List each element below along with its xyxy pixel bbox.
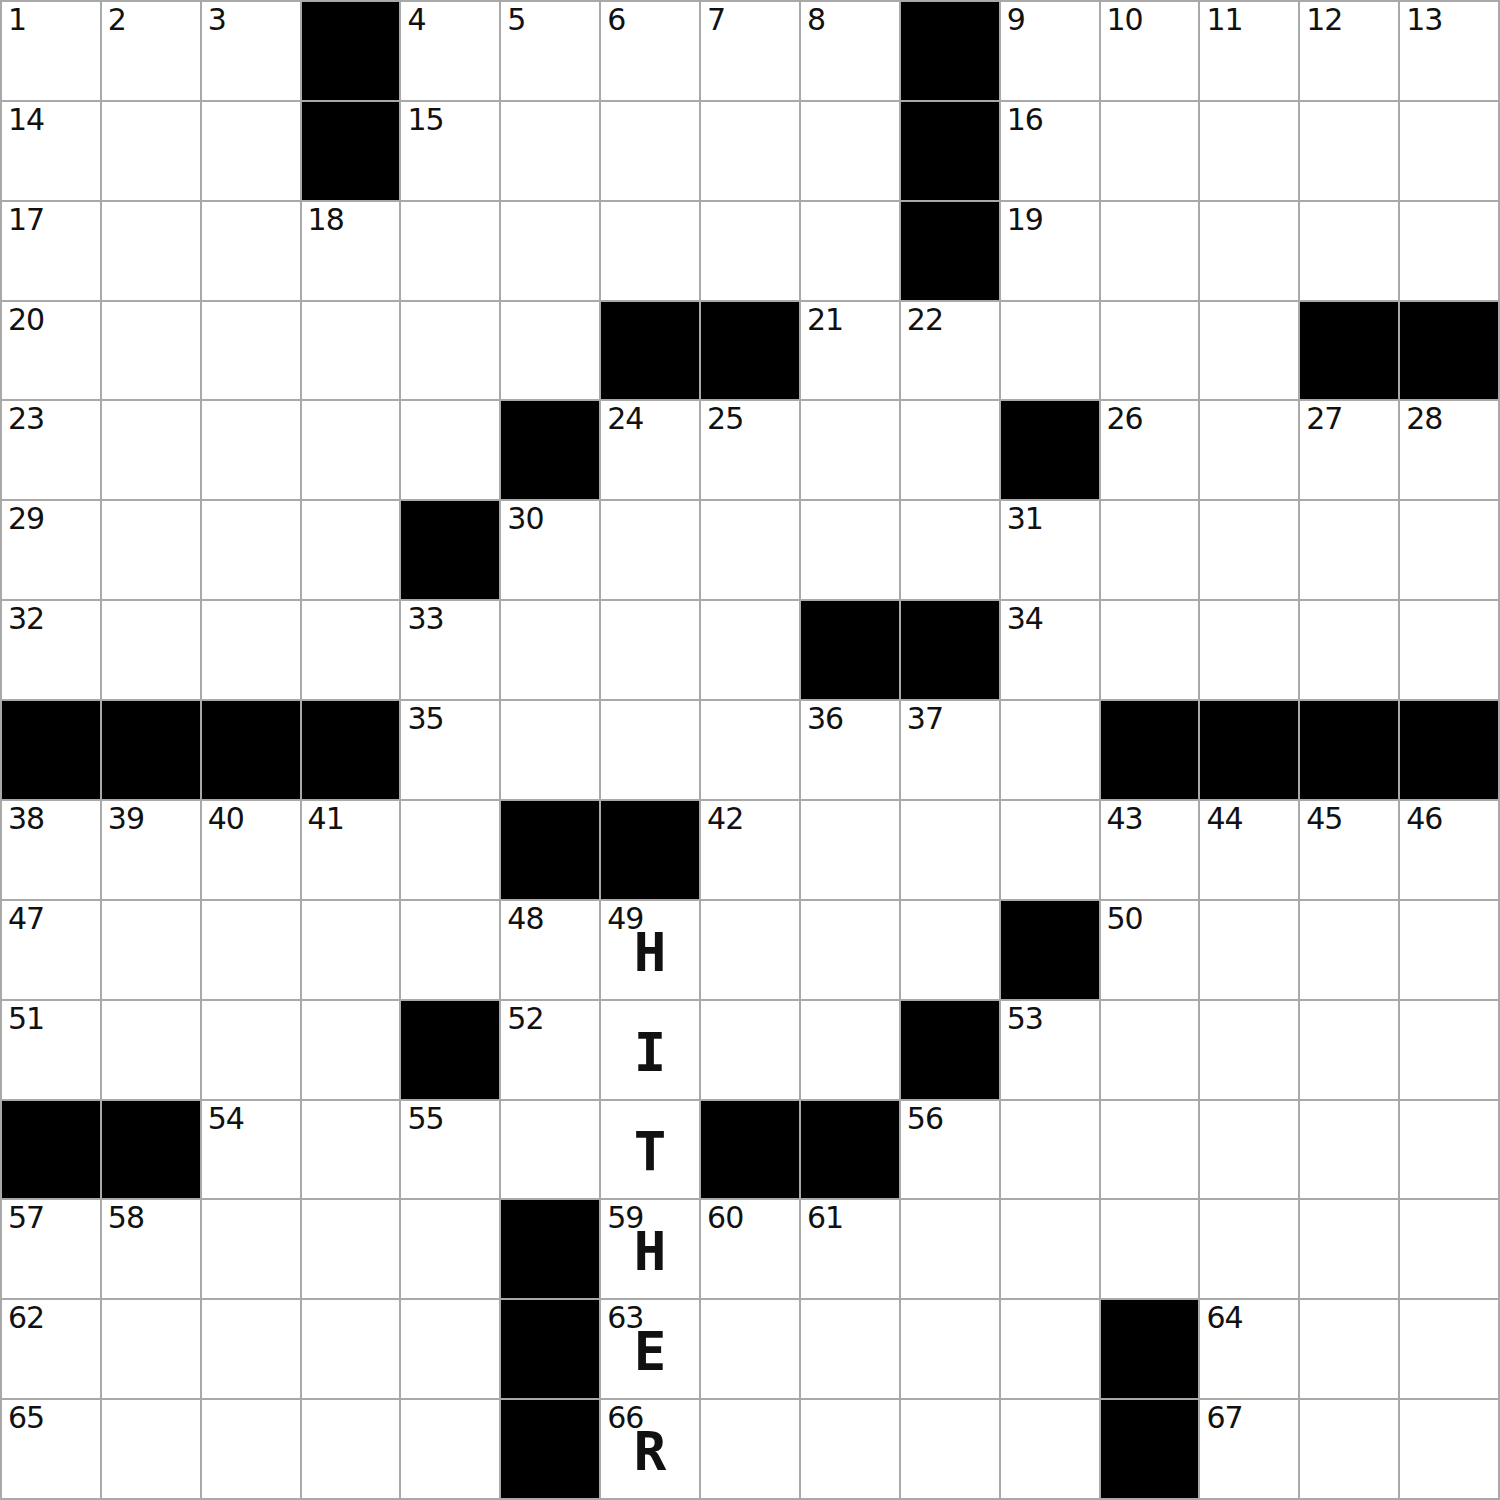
black-cell [2,701,100,799]
cell[interactable] [1001,1200,1099,1298]
black-cell [302,2,400,100]
cell[interactable]: 19 [1001,202,1099,300]
cell[interactable]: 55 [401,1101,499,1199]
cell[interactable]: 15 [401,102,499,200]
cell[interactable]: 46 [1400,801,1498,899]
clue-number: 1 [8,3,26,36]
cell[interactable] [102,1300,200,1398]
black-cell [901,1001,999,1099]
cell[interactable] [1300,102,1398,200]
cell[interactable]: 58 [102,1200,200,1298]
cell[interactable] [1400,901,1498,999]
black-cell [102,701,200,799]
clue-number: 7 [707,3,725,36]
clue-number: 13 [1406,3,1442,36]
cell[interactable] [801,202,899,300]
cell[interactable]: 21 [801,302,899,400]
cell[interactable] [601,701,699,799]
black-cell [1101,701,1199,799]
clue-number: 26 [1107,402,1143,435]
cell[interactable] [102,1001,200,1099]
cell[interactable] [501,1101,599,1199]
cell[interactable] [1200,102,1298,200]
cell[interactable] [1200,601,1298,699]
cell[interactable] [1400,1101,1498,1199]
cell[interactable] [701,102,799,200]
cell[interactable] [102,202,200,300]
clue-number: 19 [1007,203,1043,236]
black-cell [501,1300,599,1398]
cell[interactable] [701,202,799,300]
clue-number: 6 [607,3,625,36]
cell[interactable] [701,1300,799,1398]
cell[interactable]: 29 [2,501,100,599]
cell[interactable] [501,701,599,799]
cell[interactable]: 30 [501,501,599,599]
clue-number: 14 [8,103,44,136]
cell[interactable] [1400,202,1498,300]
cell[interactable] [1001,1400,1099,1498]
cell[interactable] [601,501,699,599]
black-cell [501,1400,599,1498]
cell[interactable] [401,401,499,499]
cell[interactable] [1400,1200,1498,1298]
cell[interactable]: 5 [501,2,599,100]
cell[interactable] [1300,1101,1398,1199]
clue-number: 28 [1406,402,1442,435]
clue-number: 47 [8,902,44,935]
cell[interactable]: 10 [1101,2,1199,100]
cell[interactable] [1400,601,1498,699]
cell[interactable] [1300,501,1398,599]
cell[interactable] [302,1001,400,1099]
cell[interactable]: 9 [1001,2,1099,100]
cell[interactable]: I [601,1001,699,1099]
clue-number: 53 [1007,1002,1043,1035]
cell[interactable]: 67 [1200,1400,1298,1498]
cell[interactable] [701,501,799,599]
cell[interactable]: 3 [202,2,300,100]
cell[interactable]: 22 [901,302,999,400]
cell[interactable] [202,901,300,999]
cell[interactable] [801,1400,899,1498]
cell[interactable] [1001,302,1099,400]
cell[interactable] [1101,202,1199,300]
cell[interactable] [1101,501,1199,599]
black-cell [901,202,999,300]
crossword-board: 1234567891011121314151617181920212223242… [0,0,1500,1500]
cell[interactable]: 48 [501,901,599,999]
cell[interactable]: 4 [401,2,499,100]
cell[interactable] [102,401,200,499]
clue-number: 2 [108,3,126,36]
cell[interactable]: 57 [2,1200,100,1298]
cell[interactable]: 7 [701,2,799,100]
cell[interactable] [1200,901,1298,999]
clue-number: 55 [407,1102,443,1135]
cell[interactable]: 23 [2,401,100,499]
cell[interactable] [1200,501,1298,599]
cell[interactable]: 33 [401,601,499,699]
cell[interactable]: 24 [601,401,699,499]
cell[interactable]: 28 [1400,401,1498,499]
cell[interactable] [801,1300,899,1398]
cell[interactable] [1001,1300,1099,1398]
cell[interactable] [701,901,799,999]
cell[interactable] [202,1300,300,1398]
clue-number: 5 [507,3,525,36]
cell[interactable] [202,401,300,499]
cell[interactable] [501,102,599,200]
cell[interactable] [1101,302,1199,400]
cell[interactable]: 36 [801,701,899,799]
cell[interactable]: 41 [302,801,400,899]
cell[interactable] [1300,901,1398,999]
cell[interactable] [1300,202,1398,300]
cell[interactable] [102,1400,200,1498]
clue-number: 61 [807,1201,843,1234]
black-cell [302,701,400,799]
cell[interactable]: 26 [1101,401,1199,499]
cell[interactable] [601,102,699,200]
black-cell [1300,701,1398,799]
cell[interactable] [901,801,999,899]
clue-number: 32 [8,602,44,635]
cell[interactable]: 47 [2,901,100,999]
cell[interactable]: 64 [1200,1300,1298,1398]
black-cell [801,1101,899,1199]
black-cell [1400,302,1498,400]
cell[interactable]: 2 [102,2,200,100]
clue-number: 9 [1007,3,1025,36]
clue-number: 40 [208,802,244,835]
cell[interactable] [302,601,400,699]
clue-number: 62 [8,1301,44,1334]
cell[interactable] [1001,701,1099,799]
cell[interactable] [202,1400,300,1498]
cell[interactable]: 20 [2,302,100,400]
clue-number: 41 [308,802,344,835]
cell[interactable] [302,1400,400,1498]
cell[interactable]: 60 [701,1200,799,1298]
black-cell [102,1101,200,1199]
cell[interactable] [102,901,200,999]
cell[interactable]: 45 [1300,801,1398,899]
cell[interactable] [401,1300,499,1398]
cell[interactable] [801,901,899,999]
entered-letter: I [634,1021,667,1084]
cell[interactable]: 1 [2,2,100,100]
cell[interactable] [1001,1101,1099,1199]
clue-number: 65 [8,1401,44,1434]
clue-number: 54 [208,1102,244,1135]
clue-number: 38 [8,802,44,835]
cell[interactable] [1300,1200,1398,1298]
cell[interactable] [1400,501,1498,599]
cell[interactable] [1300,1001,1398,1099]
cell[interactable] [901,1300,999,1398]
clue-number: 24 [607,402,643,435]
black-cell [501,801,599,899]
cell[interactable] [801,801,899,899]
clue-number: 44 [1206,802,1242,835]
cell[interactable] [901,1200,999,1298]
black-cell [1001,401,1099,499]
cell[interactable]: 6 [601,2,699,100]
cell[interactable] [901,401,999,499]
clue-number: 34 [1007,602,1043,635]
cell[interactable]: 42 [701,801,799,899]
cell[interactable] [202,601,300,699]
cell[interactable] [202,202,300,300]
clue-number: 64 [1206,1301,1242,1334]
cell[interactable] [701,1400,799,1498]
cell[interactable] [102,102,200,200]
cell[interactable]: 50 [1101,901,1199,999]
black-cell [1200,701,1298,799]
cell[interactable] [1101,1200,1199,1298]
cell[interactable] [1200,1101,1298,1199]
cell[interactable]: 63E [601,1300,699,1398]
cell[interactable] [1001,801,1099,899]
cell[interactable]: 56 [901,1101,999,1199]
clue-number: 58 [108,1201,144,1234]
cell[interactable]: 8 [801,2,899,100]
clue-number: 16 [1007,103,1043,136]
cell[interactable] [1400,102,1498,200]
clue-number: 48 [507,902,543,935]
cell[interactable]: 59H [601,1200,699,1298]
cell[interactable] [401,801,499,899]
clue-number: 60 [707,1201,743,1234]
black-cell [1101,1400,1199,1498]
clue-number: 3 [208,3,226,36]
cell[interactable] [901,501,999,599]
clue-number: 33 [407,602,443,635]
clue-number: 20 [8,303,44,336]
cell[interactable] [1200,1200,1298,1298]
cell[interactable] [1200,1001,1298,1099]
cell[interactable]: 17 [2,202,100,300]
clue-number: 27 [1306,402,1342,435]
entered-letter: H [634,1220,667,1283]
cell[interactable] [1101,601,1199,699]
cell[interactable] [401,1200,499,1298]
cell[interactable] [202,102,300,200]
cell[interactable] [202,302,300,400]
black-cell [1400,701,1498,799]
cell[interactable]: 66R [601,1400,699,1498]
clue-number: 17 [8,203,44,236]
cell[interactable]: 54 [202,1101,300,1199]
black-cell [601,302,699,400]
cell[interactable] [1200,202,1298,300]
clue-number: 57 [8,1201,44,1234]
clue-number: 29 [8,502,44,535]
black-cell [601,801,699,899]
cell[interactable]: 16 [1001,102,1099,200]
clue-number: 10 [1107,3,1143,36]
black-cell [202,701,300,799]
cell[interactable] [302,1101,400,1199]
cell[interactable] [801,102,899,200]
cell[interactable] [501,302,599,400]
cell[interactable]: 12 [1300,2,1398,100]
cell[interactable]: 53 [1001,1001,1099,1099]
black-cell [501,401,599,499]
entered-letter: H [634,921,667,984]
clue-number: 39 [108,802,144,835]
clue-number: 37 [907,702,943,735]
cell[interactable]: 18 [302,202,400,300]
black-cell [901,102,999,200]
clue-number: 45 [1306,802,1342,835]
cell[interactable] [1200,401,1298,499]
cell[interactable]: 38 [2,801,100,899]
cell[interactable]: 31 [1001,501,1099,599]
cell[interactable]: 51 [2,1001,100,1099]
entered-letter: E [634,1320,667,1383]
clue-number: 31 [1007,502,1043,535]
cell[interactable] [501,202,599,300]
cell[interactable]: 61 [801,1200,899,1298]
clue-number: 50 [1107,902,1143,935]
cell[interactable] [701,1001,799,1099]
cell[interactable] [901,901,999,999]
black-cell [701,302,799,400]
clue-number: 36 [807,702,843,735]
cell[interactable] [401,302,499,400]
cell[interactable] [102,302,200,400]
cell[interactable] [801,401,899,499]
clue-number: 11 [1206,3,1242,36]
cell[interactable] [1300,601,1398,699]
cell[interactable]: 35 [401,701,499,799]
clue-number: 23 [8,402,44,435]
black-cell [901,601,999,699]
cell[interactable] [901,1400,999,1498]
cell[interactable] [302,901,400,999]
clue-number: 4 [407,3,425,36]
crossword-grid: 1234567891011121314151617181920212223242… [0,0,1500,1500]
cell[interactable] [801,1001,899,1099]
cell[interactable] [1101,1001,1199,1099]
clue-number: 30 [507,502,543,535]
cell[interactable]: 14 [2,102,100,200]
cell[interactable] [701,701,799,799]
cell[interactable] [102,501,200,599]
clue-number: 12 [1306,3,1342,36]
cell[interactable]: 65 [2,1400,100,1498]
clue-number: 22 [907,303,943,336]
cell[interactable] [1400,1400,1498,1498]
black-cell [501,1200,599,1298]
cell[interactable] [601,202,699,300]
clue-number: 56 [907,1102,943,1135]
cell[interactable]: 43 [1101,801,1199,899]
clue-number: 43 [1107,802,1143,835]
cell[interactable] [202,1200,300,1298]
entered-letter: R [634,1420,667,1483]
cell[interactable]: 34 [1001,601,1099,699]
clue-number: 46 [1406,802,1442,835]
cell[interactable] [1200,302,1298,400]
cell[interactable] [801,501,899,599]
cell[interactable] [1300,1400,1398,1498]
black-cell [801,601,899,699]
cell[interactable] [302,1200,400,1298]
clue-number: 52 [507,1002,543,1035]
black-cell [1300,302,1398,400]
cell[interactable] [1400,1001,1498,1099]
cell[interactable] [501,601,599,699]
cell[interactable]: 44 [1200,801,1298,899]
black-cell [901,2,999,100]
cell[interactable] [1400,1300,1498,1398]
cell[interactable]: 37 [901,701,999,799]
cell[interactable] [401,202,499,300]
cell[interactable] [701,601,799,699]
clue-number: 21 [807,303,843,336]
cell[interactable] [1101,1101,1199,1199]
black-cell [701,1101,799,1199]
cell[interactable]: 52 [501,1001,599,1099]
cell[interactable]: 13 [1400,2,1498,100]
cell[interactable]: 39 [102,801,200,899]
cell[interactable]: 40 [202,801,300,899]
cell[interactable] [202,501,300,599]
clue-number: 67 [1206,1401,1242,1434]
black-cell [302,102,400,200]
clue-number: 15 [407,103,443,136]
black-cell [1001,901,1099,999]
cell[interactable]: 49H [601,901,699,999]
clue-number: 35 [407,702,443,735]
cell[interactable] [401,901,499,999]
cell[interactable]: 32 [2,601,100,699]
cell[interactable]: 11 [1200,2,1298,100]
cell[interactable] [202,1001,300,1099]
black-cell [401,1001,499,1099]
cell[interactable]: 62 [2,1300,100,1398]
cell[interactable] [302,401,400,499]
cell[interactable] [1101,102,1199,200]
entered-letter: T [634,1120,667,1183]
cell[interactable]: 25 [701,401,799,499]
black-cell [1101,1300,1199,1398]
cell[interactable] [102,601,200,699]
clue-number: 42 [707,802,743,835]
clue-number: 25 [707,402,743,435]
cell[interactable] [1300,1300,1398,1398]
cell[interactable]: T [601,1101,699,1199]
cell[interactable]: 27 [1300,401,1398,499]
clue-number: 18 [308,203,344,236]
black-cell [2,1101,100,1199]
cell[interactable] [401,1400,499,1498]
cell[interactable] [601,601,699,699]
cell[interactable] [302,302,400,400]
black-cell [401,501,499,599]
clue-number: 51 [8,1002,44,1035]
clue-number: 8 [807,3,825,36]
cell[interactable] [302,501,400,599]
cell[interactable] [302,1300,400,1398]
